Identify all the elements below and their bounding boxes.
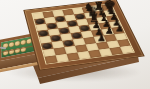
light-chess-piece-stored[interactable] bbox=[21, 40, 26, 45]
light-chess-piece-stored[interactable] bbox=[15, 41, 20, 46]
board-square[interactable]: ♟ bbox=[94, 35, 107, 43]
light-chess-piece-stored[interactable] bbox=[9, 42, 14, 47]
board-grid: ♞♜♚♛♝♞♜♝♟♟♟♟♟♟♟♟ bbox=[32, 4, 133, 63]
chess-checkers-box-set: ♞♜♚♛♝♞♜♝♟♟♟♟♟♟♟♟ bbox=[0, 0, 150, 89]
chess-piece-black-pawn[interactable]: ♟ bbox=[114, 25, 125, 35]
board-square[interactable] bbox=[120, 45, 134, 53]
chess-piece-black-pawn[interactable]: ♟ bbox=[96, 33, 107, 43]
